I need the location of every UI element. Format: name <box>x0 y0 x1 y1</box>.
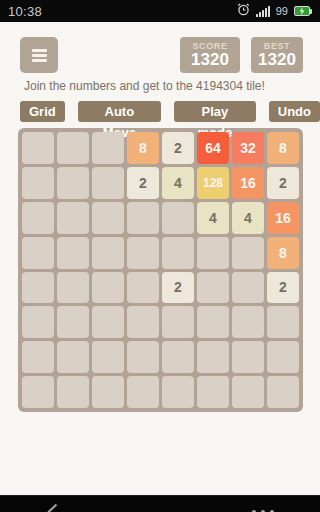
empty-cell <box>92 376 124 408</box>
empty-cell <box>92 341 124 373</box>
empty-cell <box>57 132 89 164</box>
empty-cell <box>57 202 89 234</box>
toolbar: Grid Auto Move Play mode Undo <box>20 101 320 122</box>
grid-button[interactable]: Grid <box>20 101 65 122</box>
empty-cell <box>232 341 264 373</box>
empty-cell <box>127 202 159 234</box>
undo-button[interactable]: Undo <box>269 101 320 122</box>
empty-cell <box>162 341 194 373</box>
tile-8: 8 <box>267 132 299 164</box>
header: SCORE 1320 BEST 1320 <box>20 37 303 73</box>
score-box: SCORE 1320 <box>180 37 240 73</box>
empty-cell <box>22 237 54 269</box>
empty-cell <box>162 237 194 269</box>
tile-4: 4 <box>197 202 229 234</box>
best-value: 1320 <box>258 51 296 69</box>
empty-cell <box>22 272 54 304</box>
tile-4: 4 <box>162 167 194 199</box>
empty-cell <box>92 306 124 338</box>
empty-cell <box>22 202 54 234</box>
empty-cell <box>232 237 264 269</box>
empty-cell <box>127 306 159 338</box>
empty-cell <box>232 272 264 304</box>
empty-cell <box>22 167 54 199</box>
tile-2: 2 <box>267 167 299 199</box>
empty-cell <box>57 376 89 408</box>
empty-cell <box>57 306 89 338</box>
tile-128: 128 <box>197 167 229 199</box>
status-bar: 10:38 99 <box>0 0 320 22</box>
empty-cell <box>57 341 89 373</box>
navigation-bar <box>0 495 320 512</box>
tile-8: 8 <box>267 237 299 269</box>
empty-cell <box>92 132 124 164</box>
empty-cell <box>127 341 159 373</box>
score-label: SCORE <box>192 41 227 51</box>
best-label: BEST <box>264 41 290 51</box>
tile-2: 2 <box>162 132 194 164</box>
best-box: BEST 1320 <box>251 37 303 73</box>
empty-cell <box>127 376 159 408</box>
empty-cell <box>267 376 299 408</box>
empty-cell <box>267 341 299 373</box>
menu-button[interactable] <box>20 37 58 73</box>
tile-64: 64 <box>197 132 229 164</box>
alarm-icon <box>237 2 250 20</box>
empty-cell <box>162 306 194 338</box>
battery-icon <box>294 6 312 16</box>
empty-cell <box>22 376 54 408</box>
board[interactable]: 8264328241281624416822 <box>18 128 303 412</box>
score-value: 1320 <box>191 51 229 69</box>
signal-icon <box>256 6 270 17</box>
empty-cell <box>197 272 229 304</box>
play-mode-button[interactable]: Play mode <box>174 101 256 122</box>
empty-cell <box>57 167 89 199</box>
empty-cell <box>197 376 229 408</box>
empty-cell <box>162 376 194 408</box>
empty-cell <box>22 341 54 373</box>
back-icon[interactable] <box>46 503 59 512</box>
tile-2: 2 <box>127 167 159 199</box>
empty-cell <box>92 272 124 304</box>
tile-2: 2 <box>267 272 299 304</box>
empty-cell <box>267 306 299 338</box>
battery-percent: 99 <box>276 5 288 17</box>
game-screen: SCORE 1320 BEST 1320 Join the numbers an… <box>0 37 320 495</box>
empty-cell <box>22 132 54 164</box>
tile-8: 8 <box>127 132 159 164</box>
empty-cell <box>92 202 124 234</box>
tile-32: 32 <box>232 132 264 164</box>
empty-cell <box>127 272 159 304</box>
empty-cell <box>162 202 194 234</box>
empty-cell <box>197 306 229 338</box>
tile-16: 16 <box>267 202 299 234</box>
tile-2: 2 <box>162 272 194 304</box>
clock-time: 10:38 <box>8 4 42 19</box>
empty-cell <box>92 167 124 199</box>
empty-cell <box>92 237 124 269</box>
empty-cell <box>232 306 264 338</box>
tile-16: 16 <box>232 167 264 199</box>
empty-cell <box>57 272 89 304</box>
tile-4: 4 <box>232 202 264 234</box>
empty-cell <box>197 341 229 373</box>
goal-text: Join the numbers and get to the 4194304 … <box>24 79 320 93</box>
empty-cell <box>232 376 264 408</box>
empty-cell <box>57 237 89 269</box>
empty-cell <box>197 237 229 269</box>
auto-move-button[interactable]: Auto Move <box>78 101 161 122</box>
empty-cell <box>127 237 159 269</box>
empty-cell <box>22 306 54 338</box>
